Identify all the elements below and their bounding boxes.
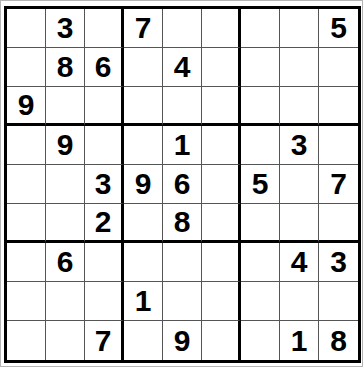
cell-r1c2[interactable]: 3 xyxy=(46,9,85,48)
cell-r6c3[interactable]: 2 xyxy=(85,204,124,243)
cell-r7c4[interactable] xyxy=(124,243,163,282)
cell-r9c2[interactable] xyxy=(46,321,85,360)
cell-r3c9[interactable] xyxy=(319,87,358,126)
cell-r3c1[interactable]: 9 xyxy=(7,87,46,126)
cell-r7c8[interactable]: 4 xyxy=(280,243,319,282)
cell-r8c8[interactable] xyxy=(280,282,319,321)
cell-r8c4[interactable]: 1 xyxy=(124,282,163,321)
cell-r1c7[interactable] xyxy=(241,9,280,48)
cell-r9c8[interactable]: 1 xyxy=(280,321,319,360)
cell-r8c3[interactable] xyxy=(85,282,124,321)
cell-r4c5[interactable]: 1 xyxy=(163,126,202,165)
cell-r3c4[interactable] xyxy=(124,87,163,126)
cell-r2c3[interactable]: 6 xyxy=(85,48,124,87)
cell-r1c8[interactable] xyxy=(280,9,319,48)
cell-r3c5[interactable] xyxy=(163,87,202,126)
cell-r4c8[interactable]: 3 xyxy=(280,126,319,165)
cell-r6c4[interactable] xyxy=(124,204,163,243)
cell-r7c7[interactable] xyxy=(241,243,280,282)
cell-r1c1[interactable] xyxy=(7,9,46,48)
cell-r4c9[interactable] xyxy=(319,126,358,165)
cell-r7c6[interactable] xyxy=(202,243,241,282)
cell-r8c6[interactable] xyxy=(202,282,241,321)
cell-r9c4[interactable] xyxy=(124,321,163,360)
cell-r5c8[interactable] xyxy=(280,165,319,204)
cell-r5c9[interactable]: 7 xyxy=(319,165,358,204)
cell-r2c4[interactable] xyxy=(124,48,163,87)
cell-r3c2[interactable] xyxy=(46,87,85,126)
cell-r3c3[interactable] xyxy=(85,87,124,126)
cell-r2c2[interactable]: 8 xyxy=(46,48,85,87)
cell-r2c9[interactable] xyxy=(319,48,358,87)
cell-r9c7[interactable] xyxy=(241,321,280,360)
cell-r5c5[interactable]: 6 xyxy=(163,165,202,204)
cell-r7c5[interactable] xyxy=(163,243,202,282)
cell-r2c6[interactable] xyxy=(202,48,241,87)
cell-r2c5[interactable]: 4 xyxy=(163,48,202,87)
cell-r6c9[interactable] xyxy=(319,204,358,243)
cell-r6c6[interactable] xyxy=(202,204,241,243)
cell-r4c7[interactable] xyxy=(241,126,280,165)
cell-r1c3[interactable] xyxy=(85,9,124,48)
cell-r4c1[interactable] xyxy=(7,126,46,165)
cell-r3c8[interactable] xyxy=(280,87,319,126)
cell-r9c3[interactable]: 7 xyxy=(85,321,124,360)
sudoku-puzzle-image: 3758649913396572864317918 xyxy=(0,0,363,367)
cell-r8c2[interactable] xyxy=(46,282,85,321)
cell-r2c1[interactable] xyxy=(7,48,46,87)
cell-r9c6[interactable] xyxy=(202,321,241,360)
cell-r4c4[interactable] xyxy=(124,126,163,165)
cell-r1c5[interactable] xyxy=(163,9,202,48)
cell-r8c1[interactable] xyxy=(7,282,46,321)
cell-r8c5[interactable] xyxy=(163,282,202,321)
cell-r1c9[interactable]: 5 xyxy=(319,9,358,48)
cell-r9c9[interactable]: 8 xyxy=(319,321,358,360)
cell-r5c1[interactable] xyxy=(7,165,46,204)
cell-r7c1[interactable] xyxy=(7,243,46,282)
cell-r4c6[interactable] xyxy=(202,126,241,165)
cell-r1c6[interactable] xyxy=(202,9,241,48)
cell-r7c9[interactable]: 3 xyxy=(319,243,358,282)
cell-r5c7[interactable]: 5 xyxy=(241,165,280,204)
cell-r1c4[interactable]: 7 xyxy=(124,9,163,48)
cell-r2c7[interactable] xyxy=(241,48,280,87)
cell-r4c2[interactable]: 9 xyxy=(46,126,85,165)
cell-r3c6[interactable] xyxy=(202,87,241,126)
cell-r8c7[interactable] xyxy=(241,282,280,321)
cell-r9c1[interactable] xyxy=(7,321,46,360)
cell-r3c7[interactable] xyxy=(241,87,280,126)
cell-r6c8[interactable] xyxy=(280,204,319,243)
cell-r8c9[interactable] xyxy=(319,282,358,321)
cell-r6c2[interactable] xyxy=(46,204,85,243)
cell-r5c4[interactable]: 9 xyxy=(124,165,163,204)
sudoku-board: 3758649913396572864317918 xyxy=(4,6,361,363)
cell-r7c3[interactable] xyxy=(85,243,124,282)
cell-r6c7[interactable] xyxy=(241,204,280,243)
cell-r4c3[interactable] xyxy=(85,126,124,165)
cell-r6c1[interactable] xyxy=(7,204,46,243)
cell-r5c3[interactable]: 3 xyxy=(85,165,124,204)
cell-r5c2[interactable] xyxy=(46,165,85,204)
cell-r9c5[interactable]: 9 xyxy=(163,321,202,360)
cell-r2c8[interactable] xyxy=(280,48,319,87)
cell-r5c6[interactable] xyxy=(202,165,241,204)
cell-r7c2[interactable]: 6 xyxy=(46,243,85,282)
cell-r6c5[interactable]: 8 xyxy=(163,204,202,243)
